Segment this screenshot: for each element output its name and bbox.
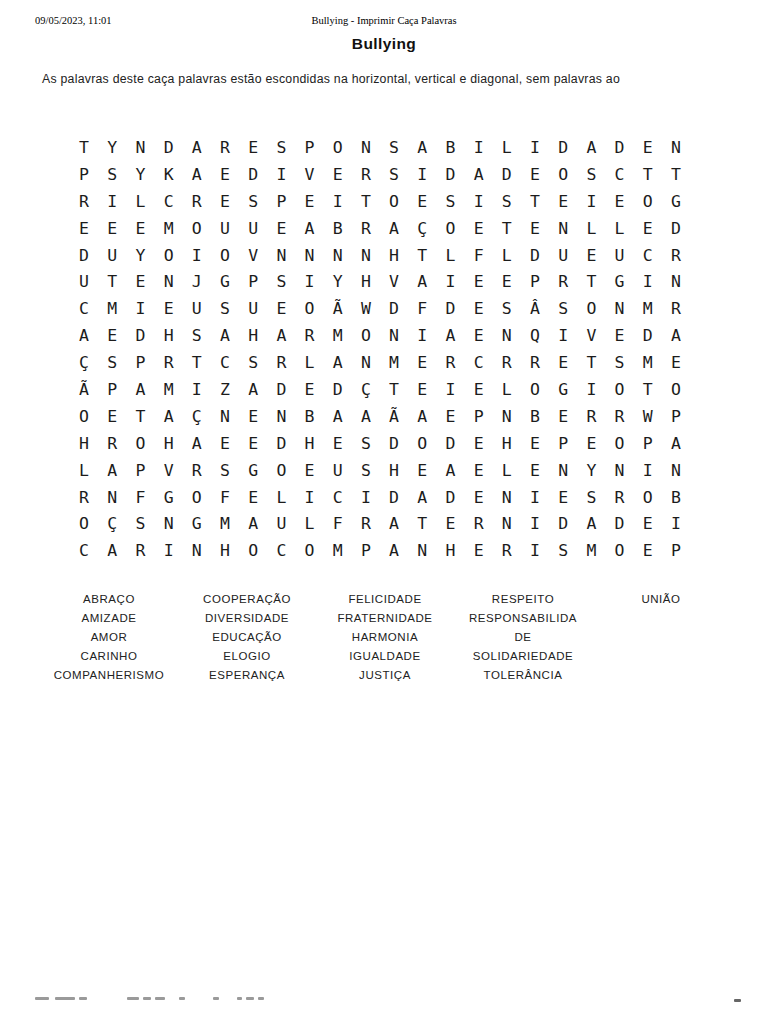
grid-cell: I [267,161,295,188]
grid-cell: S [239,188,267,215]
grid-cell: C [605,161,633,188]
grid-cell: Y [98,134,126,161]
grid-cell: B [662,484,690,511]
print-page: 09/05/2023, 11:01 Bullying - Imprimir Ca… [0,0,768,1024]
grid-cell: E [634,215,662,242]
grid-cell: E [295,376,323,403]
grid-cell: F [324,510,352,537]
grid-cell: O [605,537,633,564]
word-list-column: RESPEITORESPONSABILIDADESOLIDARIEDADETOL… [454,590,592,685]
grid-cell: D [605,134,633,161]
grid-cell: P [126,349,154,376]
grid-cell: T [577,349,605,376]
grid-cell: I [549,322,577,349]
grid-cell: R [98,430,126,457]
grid-cell: Y [126,242,154,269]
grid-cell: A [662,322,690,349]
grid-cell: H [70,430,98,457]
grid-cell: S [98,161,126,188]
word-list-item: FELICIDADE [316,590,454,609]
grid-cell: O [352,322,380,349]
grid-cell: N [324,242,352,269]
grid-cell: C [211,349,239,376]
grid-cell: D [380,484,408,511]
grid-cell: E [239,430,267,457]
grid-cell: D [549,134,577,161]
grid-cell: N [155,510,183,537]
grid-cell: E [465,537,493,564]
grid-cell: R [605,403,633,430]
grid-cell: E [465,484,493,511]
grid-cell: D [324,376,352,403]
grid-cell: I [295,268,323,295]
word-list-item: FRATERNIDADE [316,609,454,628]
grid-cell: O [577,295,605,322]
grid-cell: E [239,484,267,511]
grid-cell: T [662,161,690,188]
grid-cell: Q [521,322,549,349]
grid-cell: N [549,215,577,242]
grid-cell: R [577,403,605,430]
grid-cell: A [408,484,436,511]
grid-cell: D [436,295,464,322]
grid-cell: E [436,403,464,430]
grid-cell: Ç [408,215,436,242]
grid-cell: A [183,134,211,161]
grid-cell: E [634,537,662,564]
grid-cell: A [662,430,690,457]
grid-cell: V [155,457,183,484]
grid-cell: O [634,484,662,511]
grid-cell: A [324,349,352,376]
grid-cell: S [380,161,408,188]
grid-cell: E [465,457,493,484]
grid-cell: O [662,376,690,403]
grid-cell: O [605,430,633,457]
grid-cell: P [521,268,549,295]
word-list-item: RESPONSABILIDA [454,609,592,628]
grid-cell: O [408,430,436,457]
grid-cell: N [126,134,154,161]
grid-cell: E [465,215,493,242]
grid-cell: A [211,322,239,349]
grid-cell: I [577,188,605,215]
grid-cell: O [380,188,408,215]
grid-cell: P [634,430,662,457]
word-list-item: ESPERANÇA [178,666,316,685]
grid-cell: M [577,537,605,564]
grid-cell: L [436,242,464,269]
grid-cell: C [70,537,98,564]
word-list-item: SOLIDARIEDADE [454,647,592,666]
grid-cell: I [408,322,436,349]
grid-cell: N [493,322,521,349]
grid-cell: R [352,215,380,242]
grid-cell: E [605,322,633,349]
grid-cell: R [352,161,380,188]
grid-cell: S [605,349,633,376]
grid-cell: S [493,188,521,215]
word-list-item: EDUCAÇÃO [178,628,316,647]
grid-cell: I [521,484,549,511]
grid-cell: D [436,430,464,457]
grid-cell: A [465,161,493,188]
grid-cell: E [239,134,267,161]
grid-cell: G [605,268,633,295]
grid-cell: O [549,161,577,188]
word-list-column: COOPERAÇÃODIVERSIDADEEDUCAÇÃOELOGIOESPER… [178,590,316,685]
grid-cell: M [634,349,662,376]
grid-cell: N [352,134,380,161]
grid-cell: P [549,430,577,457]
grid-cell: D [521,242,549,269]
grid-cell: R [211,134,239,161]
grid-cell: V [295,161,323,188]
grid-cell: W [352,295,380,322]
grid-cell: A [98,537,126,564]
grid-cell: A [126,376,154,403]
grid-cell: O [295,537,323,564]
grid-cell: D [436,484,464,511]
grid-cell: L [295,349,323,376]
grid-cell: H [380,242,408,269]
grid-cell: M [380,349,408,376]
grid-cell: O [634,188,662,215]
grid-cell: D [549,510,577,537]
grid-cell: E [155,295,183,322]
grid-cell: E [577,242,605,269]
grid-cell: R [493,349,521,376]
grid-cell: D [155,134,183,161]
grid-cell: O [183,215,211,242]
grid-cell: E [408,376,436,403]
word-list-column: ABRAÇOAMIZADEAMORCARINHOCOMPANHERISMO [40,590,178,685]
grid-cell: S [352,457,380,484]
grid-cell: U [211,215,239,242]
grid-cell: I [634,268,662,295]
grid-cell: N [605,295,633,322]
grid-cell: C [465,349,493,376]
grid-cell: O [211,242,239,269]
grid-cell: K [155,161,183,188]
grid-cell: A [239,510,267,537]
grid-cell: C [70,295,98,322]
grid-cell: N [98,484,126,511]
footer-fineprint-url [35,997,264,1001]
grid-cell: N [267,403,295,430]
grid-cell: E [521,161,549,188]
grid-cell: H [352,268,380,295]
grid-cell: S [577,161,605,188]
grid-cell: B [295,403,323,430]
grid-cell: E [465,430,493,457]
grid-cell: E [211,161,239,188]
grid-cell: O [155,242,183,269]
word-list-item: COMPANHERISMO [40,666,178,685]
grid-cell: E [239,403,267,430]
grid-cell: N [493,510,521,537]
grid-cell: U [267,510,295,537]
grid-cell: E [267,295,295,322]
grid-cell: N [295,242,323,269]
grid-cell: R [662,295,690,322]
grid-cell: N [662,134,690,161]
grid-cell: P [295,134,323,161]
grid-cell: D [267,376,295,403]
grid-cell: G [239,457,267,484]
grid-cell: T [70,134,98,161]
grid-cell: T [380,376,408,403]
grid-cell: B [521,403,549,430]
grid-cell: I [465,188,493,215]
grid-cell: I [465,134,493,161]
grid-cell: L [605,215,633,242]
grid-cell: M [155,215,183,242]
grid-cell: E [98,322,126,349]
grid-cell: A [380,510,408,537]
grid-cell: E [634,134,662,161]
grid-cell: E [521,457,549,484]
grid-cell: I [634,457,662,484]
grid-cell: O [70,510,98,537]
grid-cell: I [436,376,464,403]
grid-cell: N [605,457,633,484]
grid-cell: N [211,403,239,430]
grid-cell: I [126,295,154,322]
grid-cell: A [70,322,98,349]
grid-cell: E [662,349,690,376]
grid-cell: E [465,295,493,322]
word-list-item: TOLERÂNCIA [454,666,592,685]
grid-cell: T [183,349,211,376]
grid-cell: N [380,322,408,349]
grid-cell: S [267,268,295,295]
grid-cell: D [605,510,633,537]
grid-cell: W [634,403,662,430]
grid-cell: I [98,188,126,215]
grid-cell: L [126,188,154,215]
grid-cell: A [324,403,352,430]
grid-cell: H [211,537,239,564]
grid-cell: E [408,188,436,215]
grid-cell: G [549,376,577,403]
grid-cell: E [549,403,577,430]
word-list-item: RESPEITO [454,590,592,609]
grid-cell: S [493,295,521,322]
grid-cell: S [436,188,464,215]
grid-cell: R [70,188,98,215]
grid-cell: P [267,188,295,215]
grid-cell: Y [126,161,154,188]
grid-cell: N [493,484,521,511]
grid-cell: C [324,484,352,511]
grid-cell: S [267,134,295,161]
grid-cell: A [155,403,183,430]
grid-cell: I [521,537,549,564]
grid-cell: E [408,349,436,376]
grid-cell: D [126,322,154,349]
grid-cell: R [662,242,690,269]
grid-cell: I [295,484,323,511]
grid-cell: N [183,537,211,564]
grid-cell: M [155,376,183,403]
grid-cell: N [408,537,436,564]
grid-cell: A [577,510,605,537]
grid-cell: C [634,242,662,269]
grid-cell: A [267,322,295,349]
grid-cell: E [98,403,126,430]
grid-cell: I [436,268,464,295]
grid-cell: S [549,537,577,564]
grid-cell: M [634,295,662,322]
grid-cell: E [577,430,605,457]
grid-cell: H [295,430,323,457]
grid-cell: E [211,430,239,457]
grid-cell: U [70,268,98,295]
grid-cell: S [577,484,605,511]
word-list-item: COOPERAÇÃO [178,590,316,609]
grid-cell: U [98,242,126,269]
grid-cell: R [183,457,211,484]
grid-cell: Y [324,268,352,295]
word-list-item: ELOGIO [178,647,316,666]
grid-cell: T [493,215,521,242]
footer-page-indicator [734,999,741,1002]
grid-cell: A [408,134,436,161]
grid-cell: F [408,295,436,322]
grid-cell: D [70,242,98,269]
grid-cell: T [408,242,436,269]
grid-cell: E [521,430,549,457]
grid-cell: A [436,322,464,349]
grid-cell: A [577,134,605,161]
grid-cell: R [295,322,323,349]
grid-cell: N [267,242,295,269]
grid-cell: U [239,215,267,242]
grid-cell: F [211,484,239,511]
grid-cell: I [324,188,352,215]
grid-cell: S [211,457,239,484]
grid-cell: M [324,322,352,349]
grid-cell: R [267,349,295,376]
grid-cell: I [183,242,211,269]
grid-cell: N [493,403,521,430]
grid-cell: E [126,268,154,295]
grid-cell: L [577,215,605,242]
grid-cell: R [126,537,154,564]
grid-cell: C [267,537,295,564]
grid-cell: E [126,215,154,242]
grid-cell: U [239,295,267,322]
grid-cell: I [408,161,436,188]
grid-cell: S [126,510,154,537]
grid-cell: L [493,242,521,269]
grid-cell: A [380,537,408,564]
grid-cell: A [183,161,211,188]
word-list-item: IGUALDADE [316,647,454,666]
grid-cell: P [98,376,126,403]
grid-cell: O [605,376,633,403]
grid-cell: J [183,268,211,295]
grid-cell: L [267,484,295,511]
grid-cell: I [662,510,690,537]
grid-cell: S [183,322,211,349]
grid-cell: Ç [352,376,380,403]
grid-cell: E [70,215,98,242]
grid-cell: O [267,457,295,484]
grid-cell: E [549,188,577,215]
grid-cell: N [155,268,183,295]
instructions-text: As palavras deste caça palavras estão es… [42,71,718,88]
grid-cell: Ç [98,510,126,537]
grid-cell: R [605,484,633,511]
grid-cell: A [183,430,211,457]
word-list-item: DIVERSIDADE [178,609,316,628]
grid-cell: S [98,349,126,376]
grid-cell: I [352,484,380,511]
grid-cell: U [324,457,352,484]
grid-cell: D [239,161,267,188]
grid-cell: L [493,457,521,484]
word-list-column: UNIÃO [592,590,730,685]
grid-cell: E [521,215,549,242]
grid-cell: Ã [380,403,408,430]
grid-cell: S [239,349,267,376]
grid-cell: N [352,349,380,376]
word-list-column: FELICIDADEFRATERNIDADEHARMONIAIGUALDADEJ… [316,590,454,685]
grid-cell: N [662,457,690,484]
grid-cell: H [493,430,521,457]
word-list-item: DE [454,628,592,647]
grid-cell: Ã [70,376,98,403]
grid-cell: U [183,295,211,322]
grid-cell: H [155,322,183,349]
grid-cell: H [239,322,267,349]
grid-cell: O [521,376,549,403]
grid-cell: O [324,134,352,161]
grid-cell: E [408,457,436,484]
header-doc-title: Bullying - Imprimir Caça Palavras [0,15,768,26]
grid-cell: S [549,295,577,322]
grid-cell: A [436,457,464,484]
grid-cell: T [126,403,154,430]
grid-cell: I [521,134,549,161]
grid-cell: R [493,537,521,564]
grid-cell: V [239,242,267,269]
grid-cell: E [605,188,633,215]
grid-cell: H [436,537,464,564]
grid-cell: O [126,430,154,457]
grid-cell: R [549,268,577,295]
grid-cell: E [493,268,521,295]
grid-cell: L [493,376,521,403]
grid-cell: B [324,215,352,242]
grid-cell: R [183,188,211,215]
grid-cell: G [155,484,183,511]
grid-cell: O [295,295,323,322]
grid-cell: U [549,242,577,269]
grid-cell: T [577,268,605,295]
grid-cell: L [70,457,98,484]
word-list-item: CARINHO [40,647,178,666]
grid-cell: A [380,215,408,242]
word-list-item: JUSTIÇA [316,666,454,685]
grid-cell: F [465,242,493,269]
grid-cell: T [352,188,380,215]
grid-cell: N [352,242,380,269]
grid-cell: I [183,376,211,403]
grid-cell: A [352,403,380,430]
